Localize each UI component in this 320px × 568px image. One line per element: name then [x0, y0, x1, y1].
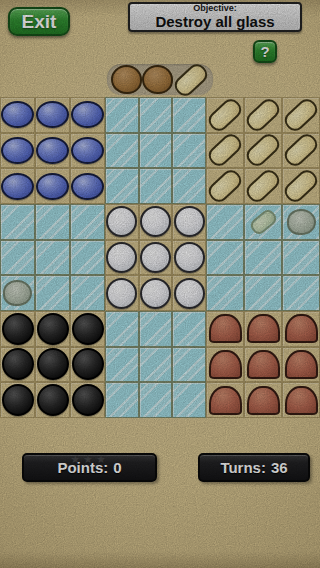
board-cell[interactable]: [172, 204, 206, 240]
piece-blue: [36, 101, 69, 128]
board-cell[interactable]: [105, 382, 139, 418]
board-cell[interactable]: [105, 275, 139, 311]
game-board: [0, 97, 320, 418]
board-cell[interactable]: [139, 240, 173, 276]
board-cell[interactable]: [0, 382, 35, 418]
board-cell[interactable]: [282, 168, 320, 204]
board-cell[interactable]: [105, 97, 139, 133]
board-cell[interactable]: [35, 275, 70, 311]
next-pieces-tray: [107, 64, 213, 95]
piece-black: [72, 313, 104, 345]
board-cell[interactable]: [244, 168, 282, 204]
piece-blue: [36, 137, 69, 164]
board-cell[interactable]: [105, 311, 139, 347]
points-display: ★★★ Points: 0: [22, 453, 157, 482]
board-cell[interactable]: [35, 133, 70, 169]
board-cell[interactable]: [206, 311, 244, 347]
board-cell[interactable]: [35, 240, 70, 276]
board-cell[interactable]: [70, 382, 105, 418]
board-cell[interactable]: [0, 204, 35, 240]
board-cell[interactable]: [172, 240, 206, 276]
piece-black: [2, 348, 34, 380]
board-cell[interactable]: [206, 168, 244, 204]
board-cell[interactable]: [206, 275, 244, 311]
piece-black: [37, 313, 69, 345]
board-cell[interactable]: [172, 97, 206, 133]
piece-white: [106, 278, 137, 309]
piece-red: [209, 350, 242, 379]
board-cell[interactable]: [172, 133, 206, 169]
piece-bean: [281, 167, 320, 206]
board-cell[interactable]: [70, 275, 105, 311]
board-cell[interactable]: [70, 168, 105, 204]
piece-red: [209, 314, 242, 343]
piece-pebble-green: [248, 207, 279, 237]
piece-white: [106, 206, 137, 237]
board-cell[interactable]: [172, 168, 206, 204]
piece-blue: [1, 173, 34, 200]
board-cell[interactable]: [0, 97, 35, 133]
board-cell[interactable]: [105, 347, 139, 383]
board-cell[interactable]: [35, 168, 70, 204]
piece-red: [247, 314, 280, 343]
piece-black: [37, 348, 69, 380]
piece-brown-stone: [111, 65, 142, 94]
turns-display: Turns: 36: [198, 453, 310, 482]
board-cell[interactable]: [206, 347, 244, 383]
piece-bean: [243, 95, 283, 134]
board-cell[interactable]: [139, 204, 173, 240]
board-cell[interactable]: [139, 382, 173, 418]
board-cell[interactable]: [139, 97, 173, 133]
board-cell[interactable]: [35, 97, 70, 133]
piece-bean: [205, 167, 245, 206]
board-cell[interactable]: [282, 240, 320, 276]
board-cell[interactable]: [105, 240, 139, 276]
board-cell[interactable]: [105, 204, 139, 240]
board-cell[interactable]: [244, 382, 282, 418]
piece-red: [247, 386, 280, 415]
piece-black: [2, 384, 34, 416]
board-cell[interactable]: [244, 347, 282, 383]
piece-bean: [205, 95, 245, 134]
piece-bean: [281, 131, 320, 170]
piece-red: [285, 386, 318, 415]
piece-black: [37, 384, 69, 416]
piece-black: [72, 348, 104, 380]
piece-white: [174, 206, 205, 237]
piece-white: [174, 242, 205, 273]
board-cell[interactable]: [206, 240, 244, 276]
piece-blue: [36, 173, 69, 200]
board-cell[interactable]: [70, 204, 105, 240]
board-cell[interactable]: [70, 240, 105, 276]
board-cell[interactable]: [282, 204, 320, 240]
board-cell[interactable]: [35, 204, 70, 240]
piece-black: [72, 384, 104, 416]
board-cell[interactable]: [70, 311, 105, 347]
board-cell[interactable]: [282, 382, 320, 418]
board-cell[interactable]: [206, 97, 244, 133]
piece-white: [174, 278, 205, 309]
piece-white: [140, 278, 171, 309]
board-cell[interactable]: [172, 347, 206, 383]
board-cell[interactable]: [244, 275, 282, 311]
piece-bean: [243, 131, 283, 170]
board-cell[interactable]: [35, 347, 70, 383]
piece-blue: [71, 137, 104, 164]
stars-rating: ★★★: [24, 453, 155, 466]
board-cell[interactable]: [35, 311, 70, 347]
board-cell[interactable]: [206, 204, 244, 240]
piece-red: [285, 350, 318, 379]
exit-button[interactable]: Exit: [8, 7, 70, 36]
board-cell[interactable]: [70, 97, 105, 133]
piece-bean: [243, 167, 283, 206]
board-cell[interactable]: [70, 133, 105, 169]
game-screen: Exit Objective: Destroy all glass ? ★★★ …: [0, 0, 320, 568]
board-cell[interactable]: [282, 311, 320, 347]
piece-black: [2, 313, 34, 345]
board-cell[interactable]: [0, 240, 35, 276]
turns-label: Turns:: [220, 459, 266, 476]
board-cell[interactable]: [172, 311, 206, 347]
piece-white: [140, 242, 171, 273]
board-cell[interactable]: [0, 347, 35, 383]
board-cell[interactable]: [206, 382, 244, 418]
board-cell[interactable]: [35, 382, 70, 418]
piece-red: [285, 314, 318, 343]
piece-white: [106, 242, 137, 273]
piece-bean: [281, 95, 320, 134]
piece-pebble-gray: [287, 209, 316, 235]
board-cell[interactable]: [139, 311, 173, 347]
piece-bean: [205, 131, 245, 170]
board-cell[interactable]: [244, 204, 282, 240]
objective-panel: Objective: Destroy all glass: [128, 2, 302, 32]
piece-red: [209, 386, 242, 415]
board-cell[interactable]: [172, 382, 206, 418]
board-cell[interactable]: [139, 275, 173, 311]
piece-white: [140, 206, 171, 237]
board-cell[interactable]: [282, 275, 320, 311]
board-cell[interactable]: [282, 133, 320, 169]
piece-red: [247, 350, 280, 379]
board-cell[interactable]: [0, 311, 35, 347]
piece-blue: [71, 173, 104, 200]
board-cell[interactable]: [282, 97, 320, 133]
piece-blue: [71, 101, 104, 128]
board-cell[interactable]: [70, 347, 105, 383]
piece-bean: [171, 60, 211, 99]
turns-value: 36: [271, 459, 288, 476]
board-cell[interactable]: [139, 133, 173, 169]
board-cell[interactable]: [206, 133, 244, 169]
board-cell[interactable]: [105, 133, 139, 169]
board-cell[interactable]: [139, 347, 173, 383]
board-cell[interactable]: [105, 168, 139, 204]
objective-text: Destroy all glass: [155, 14, 274, 30]
help-button[interactable]: ?: [253, 40, 277, 63]
board-cell[interactable]: [0, 275, 35, 311]
piece-pebble-gray: [3, 280, 32, 306]
piece-blue: [1, 101, 34, 128]
board-cell[interactable]: [0, 133, 35, 169]
board-cell[interactable]: [0, 168, 35, 204]
board-cell[interactable]: [172, 275, 206, 311]
board-cell[interactable]: [244, 133, 282, 169]
board-cell[interactable]: [244, 240, 282, 276]
board-cell[interactable]: [244, 97, 282, 133]
piece-brown-stone: [142, 65, 173, 94]
board-cell[interactable]: [139, 168, 173, 204]
piece-blue: [1, 137, 34, 164]
board-cell[interactable]: [282, 347, 320, 383]
board-cell[interactable]: [244, 311, 282, 347]
